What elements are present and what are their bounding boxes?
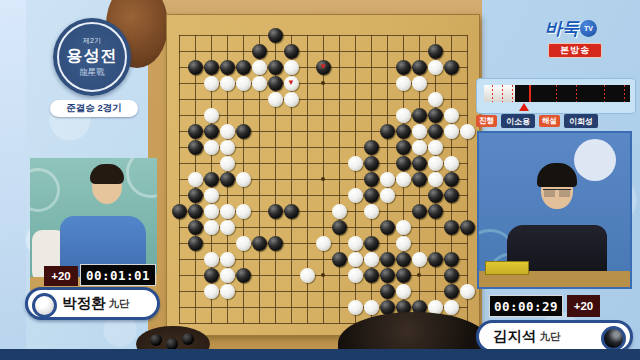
black-stone <box>428 108 443 123</box>
white-stone <box>220 76 235 91</box>
evaluation-panel <box>476 78 636 114</box>
white-stone <box>204 220 219 235</box>
black-stone <box>236 60 251 75</box>
white-nameplate: 박정환 九단 <box>25 287 160 320</box>
black-stone <box>380 268 395 283</box>
white-stone <box>348 252 363 267</box>
white-extra-time: +20 <box>44 266 78 286</box>
black-stone <box>412 156 427 171</box>
white-stone <box>284 92 299 107</box>
white-stone <box>380 172 395 187</box>
channel-name: 바둑 <box>545 17 579 40</box>
black-stone <box>252 236 267 251</box>
white-stone <box>348 188 363 203</box>
white-stone <box>204 204 219 219</box>
white-stone <box>428 92 443 107</box>
black-stone <box>268 76 283 91</box>
last-move-marker: ▼ <box>319 63 327 71</box>
white-stone <box>412 252 427 267</box>
white-stone <box>348 268 363 283</box>
white-stone <box>268 92 283 107</box>
staff-name: 이소용 <box>501 114 535 128</box>
evaluation-marker-line <box>529 85 531 102</box>
tournament-name: 용성전 <box>67 46 118 67</box>
black-player-hair <box>537 163 577 187</box>
white-stone <box>364 300 379 315</box>
black-stone <box>364 236 379 251</box>
black-stone <box>284 44 299 59</box>
black-stone <box>204 172 219 187</box>
tournament-hanja: 龍星戰 <box>79 67 105 79</box>
last-move-marker: ▼ <box>287 79 295 87</box>
white-stone <box>220 252 235 267</box>
black-stone <box>444 268 459 283</box>
white-stone <box>236 204 251 219</box>
black-stone <box>284 204 299 219</box>
black-stone <box>364 188 379 203</box>
black-stone <box>220 60 235 75</box>
white-stone <box>460 284 475 299</box>
white-stone <box>396 284 411 299</box>
black-stone <box>204 60 219 75</box>
white-stone <box>220 156 235 171</box>
black-stone <box>460 220 475 235</box>
white-clock: 00:01:01 <box>80 264 156 286</box>
staff-role-badge: 해설 <box>539 115 560 127</box>
white-stone <box>204 252 219 267</box>
wall-moon-decor <box>574 139 616 181</box>
white-stone <box>204 284 219 299</box>
black-stone <box>188 60 203 75</box>
black-stone <box>444 252 459 267</box>
black-stone <box>364 140 379 155</box>
black-stone <box>332 252 347 267</box>
channel-logo: 바둑 TV <box>545 17 597 40</box>
black-player-rank: 九단 <box>540 330 561 344</box>
white-stone <box>444 124 459 139</box>
black-stone <box>236 268 251 283</box>
white-player-rank: 九단 <box>109 297 130 311</box>
white-stone <box>236 236 251 251</box>
black-stone <box>428 124 443 139</box>
star-point <box>417 273 421 277</box>
white-player-name: 박정환 <box>62 294 106 313</box>
tournament-logo: 제2기 용성전 龍星戰 <box>53 18 131 96</box>
evaluation-bar <box>484 85 630 102</box>
white-stone <box>220 268 235 283</box>
white-stone <box>428 156 443 171</box>
white-stone <box>220 284 235 299</box>
white-stone <box>428 172 443 187</box>
black-stone <box>380 220 395 235</box>
black-stone <box>380 124 395 139</box>
black-stone: ▼ <box>316 60 331 75</box>
staff-role-badge: 진행 <box>476 115 497 127</box>
black-stone <box>268 204 283 219</box>
white-stone <box>188 172 203 187</box>
desk-box <box>485 261 529 275</box>
white-player-hair <box>90 164 124 184</box>
black-player-glasses <box>543 189 571 197</box>
black-stone <box>364 268 379 283</box>
white-stone <box>428 140 443 155</box>
black-stone <box>412 204 427 219</box>
black-stone <box>412 172 427 187</box>
black-stone <box>188 188 203 203</box>
black-stone <box>364 172 379 187</box>
black-stone <box>188 220 203 235</box>
black-stone <box>204 124 219 139</box>
white-stone <box>300 268 315 283</box>
white-stone <box>252 76 267 91</box>
white-stone <box>412 76 427 91</box>
black-extra-time: +20 <box>567 295 600 317</box>
white-stone <box>348 156 363 171</box>
white-stone <box>444 156 459 171</box>
black-stone <box>396 124 411 139</box>
staff-row: 진행 이소용 해설 이희성 <box>476 114 598 128</box>
black-stone <box>204 268 219 283</box>
white-stone <box>396 108 411 123</box>
white-stone <box>396 76 411 91</box>
black-stone <box>188 204 203 219</box>
black-stone <box>444 284 459 299</box>
black-stone <box>444 188 459 203</box>
black-stone <box>252 44 267 59</box>
left-decor-strip <box>0 0 26 360</box>
white-stone <box>252 60 267 75</box>
black-stone <box>412 60 427 75</box>
black-stone <box>396 268 411 283</box>
black-stone <box>188 140 203 155</box>
evaluation-white-segment <box>484 85 515 102</box>
staff-name: 이희성 <box>564 114 598 128</box>
bottom-bar <box>0 349 640 360</box>
black-player-video <box>477 131 632 289</box>
black-stone <box>396 156 411 171</box>
black-stone <box>428 204 443 219</box>
white-stone <box>364 204 379 219</box>
black-stone <box>220 172 235 187</box>
star-point <box>321 177 325 181</box>
black-stone-icon <box>601 326 626 351</box>
black-stone <box>380 284 395 299</box>
black-stone <box>396 60 411 75</box>
tournament-edition: 제2기 <box>83 36 101 46</box>
white-stone <box>348 236 363 251</box>
white-stone <box>220 220 235 235</box>
black-stone <box>396 140 411 155</box>
black-stone <box>444 172 459 187</box>
white-stone <box>220 204 235 219</box>
white-stone <box>284 60 299 75</box>
black-stone <box>188 124 203 139</box>
white-stone <box>204 108 219 123</box>
white-stone <box>396 172 411 187</box>
white-stone <box>220 140 235 155</box>
black-stone <box>428 188 443 203</box>
goban: ▼▼ <box>166 14 480 336</box>
white-stone <box>444 108 459 123</box>
white-stone <box>316 236 331 251</box>
black-player-name: 김지석 <box>493 327 537 346</box>
broadcast-frame: ▼▼ 제2기 용성전 龍星戰 준결승 2경기 바둑 TV 본방송 진행 <box>0 0 640 360</box>
white-stone <box>204 188 219 203</box>
white-stone <box>396 236 411 251</box>
white-stone <box>204 76 219 91</box>
white-stone <box>332 204 347 219</box>
goban-grid: ▼▼ <box>166 14 480 336</box>
white-stone <box>204 140 219 155</box>
round-badge: 준결승 2경기 <box>50 100 138 117</box>
black-clock: 00:00:29 <box>489 295 563 317</box>
live-badge: 본방송 <box>548 43 602 58</box>
black-stone <box>396 252 411 267</box>
black-stone <box>268 236 283 251</box>
white-stone <box>396 220 411 235</box>
evaluation-marker-triangle <box>519 103 529 111</box>
white-stone <box>460 124 475 139</box>
white-stone: ▼ <box>284 76 299 91</box>
white-stone <box>220 124 235 139</box>
black-stone <box>268 60 283 75</box>
black-stone <box>236 124 251 139</box>
white-stone <box>428 60 443 75</box>
star-point <box>321 81 325 85</box>
white-stone <box>348 300 363 315</box>
white-stone <box>380 188 395 203</box>
white-stone-icon <box>32 293 57 318</box>
black-stone <box>428 44 443 59</box>
white-stone <box>412 140 427 155</box>
white-stone <box>412 124 427 139</box>
white-stone <box>444 300 459 315</box>
white-stone <box>236 76 251 91</box>
black-stone <box>188 236 203 251</box>
black-stone <box>428 252 443 267</box>
black-stone <box>364 156 379 171</box>
channel-tv-icon: TV <box>580 20 597 37</box>
black-stone <box>380 252 395 267</box>
black-stone <box>444 60 459 75</box>
white-stone <box>236 172 251 187</box>
black-stone <box>444 220 459 235</box>
black-stone <box>268 28 283 43</box>
white-stone <box>364 252 379 267</box>
black-stone <box>332 220 347 235</box>
black-stone <box>412 108 427 123</box>
black-stone <box>172 204 187 219</box>
star-point <box>321 273 325 277</box>
